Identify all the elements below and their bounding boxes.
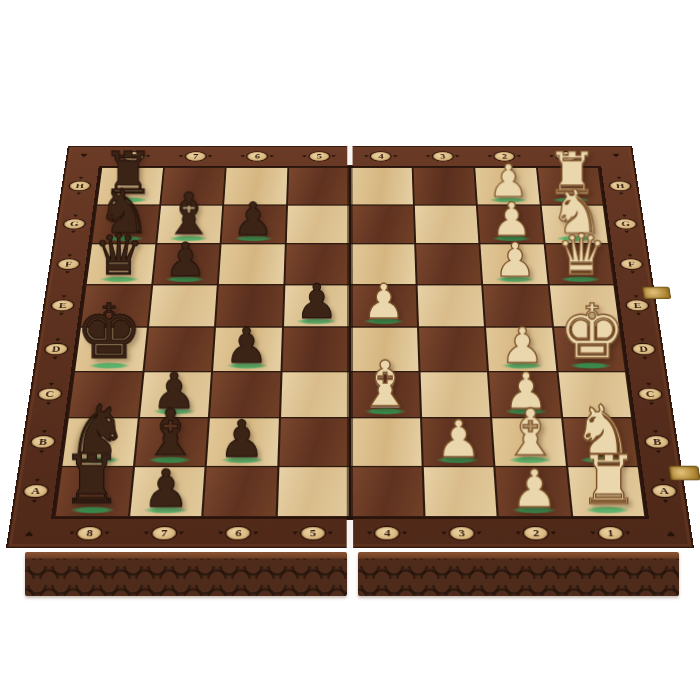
label-slot: ♥5♥ [275, 522, 350, 543]
square-e5[interactable]: ♟ [283, 285, 351, 327]
label-slot: ♥1♥ [572, 522, 649, 543]
square-a5[interactable] [276, 466, 350, 517]
piece-black-pawn[interactable]: ♟ [213, 320, 280, 369]
file-label: D [632, 344, 655, 355]
label-slot: ♥6♥ [200, 522, 275, 543]
square-a3[interactable] [422, 466, 498, 517]
piece-white-rook[interactable]: ♜ [572, 447, 644, 515]
rank-labels-bottom: ♥8♥♥7♥♥6♥♥5♥♥4♥♥3♥♥2♥♥1♥ [51, 522, 649, 543]
piece-black-pawn[interactable]: ♟ [153, 236, 217, 283]
heart-ornament-icon: ♥ [653, 429, 659, 435]
square-g5[interactable] [285, 205, 350, 244]
heart-ornament-icon: ♥ [656, 449, 662, 455]
file-label: F [58, 259, 80, 269]
corner-ornament-icon: ♥ [8, 523, 49, 546]
piece-white-bishop[interactable]: ♝ [495, 400, 565, 464]
label-slot: ♥3♥ [412, 149, 474, 163]
label-slot: ♥H♥ [605, 167, 636, 205]
heart-ornament-icon: ♥ [52, 356, 58, 361]
square-d1[interactable]: ♚ [553, 327, 626, 371]
heart-ornament-icon: ♥ [270, 154, 275, 158]
piece-black-rook[interactable]: ♜ [56, 447, 128, 515]
heart-ornament-icon: ♥ [61, 294, 66, 299]
label-slot: ♥6♥ [226, 149, 288, 163]
square-a1[interactable]: ♜ [566, 466, 645, 517]
piece-white-pawn[interactable]: ♟ [499, 462, 571, 514]
square-g3[interactable] [413, 205, 479, 244]
square-f6[interactable] [218, 244, 285, 285]
heart-ornament-icon: ♥ [660, 478, 666, 484]
label-slot: ♥4♥ [350, 149, 412, 163]
heart-ornament-icon: ♥ [402, 530, 407, 536]
heart-ornament-icon: ♥ [622, 214, 627, 219]
heart-ornament-icon: ♥ [65, 270, 70, 275]
square-b3[interactable]: ♟ [421, 418, 495, 466]
heart-ornament-icon: ♥ [302, 154, 306, 158]
rank-label: 5 [309, 152, 328, 161]
label-slot: ♥H♥ [64, 167, 95, 205]
heart-ornament-icon: ♥ [619, 191, 624, 195]
label-slot: ♥2♥ [498, 522, 574, 543]
file-label: E [626, 301, 648, 311]
heart-ornament-icon: ♥ [616, 176, 621, 180]
label-slot: ♥C♥ [633, 371, 668, 417]
piece-white-pawn[interactable]: ♟ [423, 413, 493, 464]
heart-ornament-icon: ♥ [628, 253, 633, 258]
heart-ornament-icon: ♥ [218, 530, 224, 536]
rank-label: 6 [226, 527, 250, 539]
square-b5[interactable] [278, 418, 350, 466]
label-slot: ♥7♥ [126, 522, 202, 543]
piece-black-king[interactable]: ♚ [75, 294, 142, 370]
chess-board: ♥ ♥ ♥ ♥ ♥8♥♥7♥♥6♥♥5♥♥4♥♥3♥♥2♥♥1♥ ♥8♥♥7♥♥… [6, 146, 694, 548]
rank-label: 3 [450, 527, 474, 539]
piece-black-pawn[interactable]: ♟ [207, 413, 277, 464]
piece-white-pawn[interactable]: ♟ [351, 277, 416, 325]
box-side-left-half [25, 552, 347, 596]
heart-ornament-icon: ♥ [253, 530, 259, 536]
heart-ornament-icon: ♥ [71, 230, 76, 235]
rank-label: 2 [524, 527, 548, 539]
label-slot: ♥B♥ [639, 418, 675, 466]
label-slot: ♥A♥ [646, 466, 683, 517]
heart-ornament-icon: ♥ [551, 530, 557, 536]
heart-ornament-icon: ♥ [179, 530, 185, 536]
heart-ornament-icon: ♥ [364, 154, 368, 158]
heart-ornament-icon: ♥ [636, 312, 641, 317]
corner-ornament-icon: ♥ [67, 147, 100, 163]
heart-ornament-icon: ♥ [67, 253, 72, 258]
heart-ornament-icon: ♥ [34, 478, 40, 484]
label-slot: ♥F♥ [616, 244, 648, 285]
heart-ornament-icon: ♥ [455, 154, 460, 158]
heart-ornament-icon: ♥ [55, 337, 61, 342]
heart-ornament-icon: ♥ [31, 499, 37, 505]
file-label: A [24, 485, 48, 497]
rank-label: 4 [376, 527, 399, 539]
square-e3[interactable] [416, 285, 485, 327]
piece-black-pawn[interactable]: ♟ [222, 196, 285, 242]
label-slot: ♥A♥ [17, 466, 54, 517]
square-c4[interactable]: ♝ [350, 371, 421, 417]
square-g6[interactable]: ♟ [221, 205, 287, 244]
file-label: C [639, 389, 662, 400]
file-label: H [610, 181, 631, 190]
label-slot: ♥7♥ [164, 149, 227, 163]
label-slot: ♥E♥ [46, 285, 79, 327]
label-slot: ♥F♥ [52, 244, 84, 285]
file-label: B [31, 436, 55, 447]
heart-ornament-icon: ♥ [625, 530, 631, 536]
heart-ornament-icon: ♥ [39, 449, 45, 455]
heart-ornament-icon: ♥ [367, 530, 372, 536]
label-slot: ♥D♥ [627, 327, 661, 371]
brass-latch-icon [642, 287, 671, 299]
heart-ornament-icon: ♥ [104, 530, 110, 536]
square-a8[interactable]: ♜ [55, 466, 134, 517]
square-b4[interactable] [350, 418, 422, 466]
piece-black-pawn[interactable]: ♟ [284, 277, 349, 325]
heart-ornament-icon: ♥ [179, 154, 184, 158]
square-a2[interactable]: ♟ [494, 466, 571, 517]
heart-ornament-icon: ♥ [293, 530, 298, 536]
heart-ornament-icon: ♥ [73, 214, 78, 219]
piece-white-pawn[interactable]: ♟ [483, 236, 547, 283]
square-a7[interactable]: ♟ [128, 466, 205, 517]
heart-ornament-icon: ♥ [144, 530, 150, 536]
square-a4[interactable] [350, 466, 424, 517]
file-label: E [51, 301, 73, 311]
heart-ornament-icon: ♥ [46, 401, 52, 407]
file-label: C [38, 389, 61, 400]
piece-black-pawn[interactable]: ♟ [130, 462, 202, 514]
heart-ornament-icon: ♥ [393, 154, 397, 158]
rank-label: 7 [152, 527, 176, 539]
file-label: H [69, 181, 90, 190]
label-slot: ♥G♥ [610, 205, 641, 244]
square-h4[interactable] [350, 167, 413, 205]
piece-black-bishop[interactable]: ♝ [135, 400, 205, 464]
square-h5[interactable] [287, 167, 350, 205]
corner-ornament-icon: ♥ [599, 147, 632, 163]
heart-ornament-icon: ♥ [78, 176, 83, 180]
rank-label: 4 [371, 152, 390, 161]
file-label: A [652, 485, 676, 497]
rank-label: 8 [77, 527, 102, 539]
square-c5[interactable] [279, 371, 350, 417]
label-slot: ♥5♥ [288, 149, 350, 163]
square-e4[interactable]: ♟ [350, 285, 418, 327]
label-slot: ♥3♥ [424, 522, 499, 543]
file-label: F [621, 259, 643, 269]
square-d8[interactable]: ♚ [74, 327, 147, 371]
label-slot: ♥4♥ [350, 522, 425, 543]
heart-ornament-icon: ♥ [633, 294, 638, 299]
label-slot: ♥8♥ [51, 522, 128, 543]
heart-ornament-icon: ♥ [59, 312, 64, 317]
square-d3[interactable] [418, 327, 488, 371]
heart-ornament-icon: ♥ [441, 530, 447, 536]
piece-white-king[interactable]: ♚ [558, 294, 625, 370]
square-f7[interactable]: ♟ [152, 244, 221, 285]
rank-label: 3 [433, 152, 453, 161]
label-slot: ♥G♥ [59, 205, 90, 244]
label-slot: ♥D♥ [39, 327, 73, 371]
piece-white-bishop[interactable]: ♝ [351, 353, 419, 416]
heart-ornament-icon: ♥ [663, 499, 669, 505]
square-a6[interactable] [202, 466, 278, 517]
square-d6[interactable]: ♟ [212, 327, 282, 371]
square-f3[interactable] [415, 244, 482, 285]
heart-ornament-icon: ♥ [640, 337, 646, 342]
heart-ornament-icon: ♥ [630, 270, 635, 275]
corner-ornament-icon: ♥ [651, 523, 692, 546]
heart-ornament-icon: ♥ [590, 530, 596, 536]
square-b6[interactable]: ♟ [206, 418, 280, 466]
heart-ornament-icon: ♥ [426, 154, 431, 158]
square-e7[interactable] [148, 285, 218, 327]
file-label: B [645, 436, 669, 447]
product-photo: ♥ ♥ ♥ ♥ ♥8♥♥7♥♥6♥♥5♥♥4♥♥3♥♥2♥♥1♥ ♥8♥♥7♥♥… [0, 0, 700, 700]
square-h3[interactable] [412, 167, 477, 205]
heart-ornament-icon: ♥ [208, 154, 213, 158]
heart-ornament-icon: ♥ [476, 530, 482, 536]
heart-ornament-icon: ♥ [41, 429, 47, 435]
heart-ornament-icon: ♥ [331, 154, 335, 158]
heart-ornament-icon: ♥ [76, 191, 81, 195]
heart-ornament-icon: ♥ [649, 401, 655, 407]
heart-ornament-icon: ♥ [240, 154, 245, 158]
box-side-right-half [358, 552, 679, 596]
square-f2[interactable]: ♟ [479, 244, 548, 285]
square-f1[interactable]: ♛ [544, 244, 614, 285]
file-label: G [615, 219, 636, 228]
rank-label: 1 [598, 527, 623, 539]
heart-ornament-icon: ♥ [69, 530, 75, 536]
heart-ornament-icon: ♥ [642, 356, 648, 361]
piece-black-queen[interactable]: ♛ [87, 226, 151, 283]
file-label: G [64, 219, 85, 228]
piece-white-queen[interactable]: ♛ [549, 226, 613, 283]
heart-ornament-icon: ♥ [516, 530, 522, 536]
heart-ornament-icon: ♥ [624, 230, 629, 235]
rank-label: 7 [186, 152, 206, 161]
rank-label: 6 [247, 152, 267, 161]
heart-ornament-icon: ♥ [328, 530, 333, 536]
rank-label: 5 [301, 527, 324, 539]
square-f8[interactable]: ♛ [86, 244, 156, 285]
square-d5[interactable] [281, 327, 350, 371]
file-label: D [45, 344, 68, 355]
heart-ornament-icon: ♥ [48, 382, 54, 387]
square-g4[interactable] [350, 205, 415, 244]
heart-ornament-icon: ♥ [646, 382, 652, 387]
